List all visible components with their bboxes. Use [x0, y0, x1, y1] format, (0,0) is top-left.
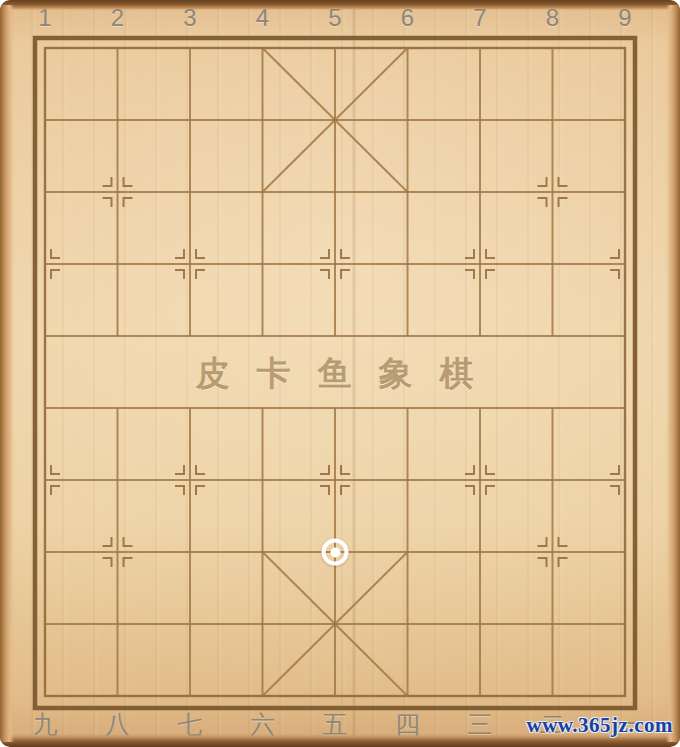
site-watermark: www.365jz.com — [527, 713, 673, 738]
file-label-bottom-3: 七 — [178, 708, 203, 741]
file-label-bottom-7: 三 — [468, 708, 493, 741]
file-label-bottom-6: 四 — [395, 708, 420, 741]
last-move-origin-marker — [322, 539, 349, 566]
file-label-top-5: 5 — [328, 4, 341, 32]
file-label-top-2: 2 — [111, 4, 124, 32]
file-label-top-8: 8 — [546, 4, 559, 32]
file-label-top-1: 1 — [38, 4, 51, 32]
file-label-top-9: 9 — [618, 4, 631, 32]
file-label-top-3: 3 — [183, 4, 196, 32]
file-label-bottom-1: 九 — [33, 708, 58, 741]
river-engine-text: 皮卡鱼象棋 — [196, 351, 501, 397]
file-label-top-4: 4 — [256, 4, 269, 32]
file-label-bottom-5: 五 — [323, 708, 348, 741]
file-label-top-6: 6 — [401, 4, 414, 32]
file-label-top-7: 7 — [473, 4, 486, 32]
xiangqi-board: 123456789 九八七六五四三二一 皮卡鱼象棋 www.365jz.com — [0, 0, 680, 747]
file-label-bottom-2: 八 — [105, 708, 130, 741]
file-label-bottom-4: 六 — [250, 708, 275, 741]
